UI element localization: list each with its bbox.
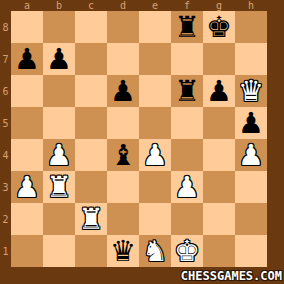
- piece-white-king-f1[interactable]: ♚: [174, 235, 200, 267]
- square-e4[interactable]: ♟: [139, 139, 171, 171]
- file-label-d: d: [107, 0, 139, 11]
- piece-white-pawn-b4[interactable]: ♟: [46, 139, 72, 171]
- piece-black-bishop-d4[interactable]: ♝: [110, 139, 136, 171]
- rank-labels: 87654321: [0, 11, 11, 267]
- square-h8[interactable]: [235, 11, 267, 43]
- piece-black-pawn-a7[interactable]: ♟: [14, 43, 40, 75]
- square-c3[interactable]: [75, 171, 107, 203]
- square-g2[interactable]: [203, 203, 235, 235]
- square-a4[interactable]: [11, 139, 43, 171]
- file-label-a: a: [11, 0, 43, 11]
- square-g5[interactable]: [203, 107, 235, 139]
- square-h4[interactable]: ♟: [235, 139, 267, 171]
- square-g6[interactable]: ♟: [203, 75, 235, 107]
- square-d5[interactable]: [107, 107, 139, 139]
- square-e6[interactable]: [139, 75, 171, 107]
- square-c1[interactable]: [75, 235, 107, 267]
- square-g7[interactable]: [203, 43, 235, 75]
- piece-black-rook-f6[interactable]: ♜: [174, 75, 200, 107]
- piece-black-pawn-h5[interactable]: ♟: [238, 107, 264, 139]
- square-f2[interactable]: [171, 203, 203, 235]
- piece-white-pawn-e4[interactable]: ♟: [142, 139, 168, 171]
- square-e8[interactable]: [139, 11, 171, 43]
- square-c8[interactable]: [75, 11, 107, 43]
- rank-label-1: 1: [0, 235, 11, 267]
- file-label-c: c: [75, 0, 107, 11]
- file-label-b: b: [43, 0, 75, 11]
- rank-label-3: 3: [0, 171, 11, 203]
- piece-white-pawn-a3[interactable]: ♟: [14, 171, 40, 203]
- square-b6[interactable]: [43, 75, 75, 107]
- square-c6[interactable]: [75, 75, 107, 107]
- square-f3[interactable]: ♟: [171, 171, 203, 203]
- square-g8[interactable]: ♚: [203, 11, 235, 43]
- square-h1[interactable]: [235, 235, 267, 267]
- piece-black-rook-f8[interactable]: ♜: [174, 11, 200, 43]
- square-b8[interactable]: [43, 11, 75, 43]
- square-d2[interactable]: [107, 203, 139, 235]
- square-a6[interactable]: [11, 75, 43, 107]
- square-f6[interactable]: ♜: [171, 75, 203, 107]
- square-d3[interactable]: [107, 171, 139, 203]
- square-g4[interactable]: [203, 139, 235, 171]
- square-b7[interactable]: ♟: [43, 43, 75, 75]
- square-d8[interactable]: [107, 11, 139, 43]
- square-h6[interactable]: ♛: [235, 75, 267, 107]
- square-f7[interactable]: [171, 43, 203, 75]
- square-d6[interactable]: ♟: [107, 75, 139, 107]
- square-f8[interactable]: ♜: [171, 11, 203, 43]
- piece-black-pawn-g6[interactable]: ♟: [206, 75, 232, 107]
- chessgames-watermark: CHESSGAMES.COM: [181, 269, 282, 283]
- square-e5[interactable]: [139, 107, 171, 139]
- piece-black-pawn-b7[interactable]: ♟: [46, 43, 72, 75]
- square-d7[interactable]: [107, 43, 139, 75]
- square-a7[interactable]: ♟: [11, 43, 43, 75]
- square-e1[interactable]: ♞: [139, 235, 171, 267]
- square-e3[interactable]: [139, 171, 171, 203]
- square-b1[interactable]: [43, 235, 75, 267]
- square-b5[interactable]: [43, 107, 75, 139]
- square-g1[interactable]: [203, 235, 235, 267]
- square-h2[interactable]: [235, 203, 267, 235]
- file-label-e: e: [139, 0, 171, 11]
- square-f5[interactable]: [171, 107, 203, 139]
- square-d1[interactable]: ♛: [107, 235, 139, 267]
- file-label-h: h: [235, 0, 267, 11]
- square-c4[interactable]: [75, 139, 107, 171]
- square-f4[interactable]: [171, 139, 203, 171]
- square-a2[interactable]: [11, 203, 43, 235]
- piece-black-pawn-d6[interactable]: ♟: [110, 75, 136, 107]
- rank-label-7: 7: [0, 43, 11, 75]
- square-f1[interactable]: ♚: [171, 235, 203, 267]
- square-h7[interactable]: [235, 43, 267, 75]
- piece-white-queen-h6[interactable]: ♛: [238, 75, 264, 107]
- square-g3[interactable]: [203, 171, 235, 203]
- square-a5[interactable]: [11, 107, 43, 139]
- chess-diagram: abcdefgh 87654321 ♜♚♟♟♟♜♟♛♟♟♝♟♟♟♜♟♜♛♞♚ C…: [0, 0, 284, 284]
- square-c7[interactable]: [75, 43, 107, 75]
- piece-white-pawn-h4[interactable]: ♟: [238, 139, 264, 171]
- piece-black-king-g8[interactable]: ♚: [206, 11, 232, 43]
- square-b2[interactable]: [43, 203, 75, 235]
- square-e2[interactable]: [139, 203, 171, 235]
- rank-label-6: 6: [0, 75, 11, 107]
- piece-white-pawn-f3[interactable]: ♟: [174, 171, 200, 203]
- square-d4[interactable]: ♝: [107, 139, 139, 171]
- rank-label-5: 5: [0, 107, 11, 139]
- square-b3[interactable]: ♜: [43, 171, 75, 203]
- rank-label-2: 2: [0, 203, 11, 235]
- square-h5[interactable]: ♟: [235, 107, 267, 139]
- square-c5[interactable]: [75, 107, 107, 139]
- square-a1[interactable]: [11, 235, 43, 267]
- square-a8[interactable]: [11, 11, 43, 43]
- square-c2[interactable]: ♜: [75, 203, 107, 235]
- piece-white-rook-c2[interactable]: ♜: [78, 203, 104, 235]
- piece-black-queen-d1[interactable]: ♛: [110, 235, 136, 267]
- rank-label-8: 8: [0, 11, 11, 43]
- rank-label-4: 4: [0, 139, 11, 171]
- chess-board: ♜♚♟♟♟♜♟♛♟♟♝♟♟♟♜♟♜♛♞♚: [11, 11, 267, 267]
- piece-white-knight-e1[interactable]: ♞: [142, 235, 168, 267]
- piece-white-rook-b3[interactable]: ♜: [46, 171, 72, 203]
- square-b4[interactable]: ♟: [43, 139, 75, 171]
- square-e7[interactable]: [139, 43, 171, 75]
- square-a3[interactable]: ♟: [11, 171, 43, 203]
- square-h3[interactable]: [235, 171, 267, 203]
